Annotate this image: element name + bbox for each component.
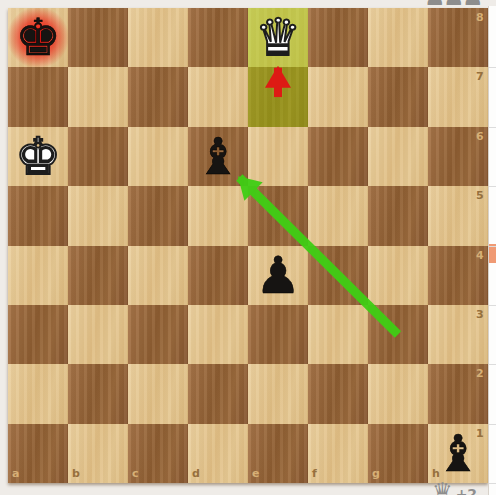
side-panel-row-divider (489, 186, 496, 187)
square-h8[interactable] (428, 8, 488, 67)
side-panel-edge (488, 6, 496, 495)
square-h7[interactable] (428, 67, 488, 126)
square-f8[interactable] (308, 8, 368, 67)
side-panel-row-divider (489, 424, 496, 425)
side-panel-row-divider (489, 127, 496, 128)
square-d7[interactable] (188, 67, 248, 126)
square-b1[interactable] (68, 424, 128, 483)
square-a2[interactable] (8, 364, 68, 423)
square-g6[interactable] (368, 127, 428, 186)
chess-board[interactable] (8, 8, 488, 483)
square-e8[interactable] (248, 8, 308, 67)
square-f3[interactable] (308, 305, 368, 364)
square-b4[interactable] (68, 246, 128, 305)
square-a5[interactable] (8, 186, 68, 245)
square-h6[interactable] (428, 127, 488, 186)
square-d2[interactable] (188, 364, 248, 423)
square-g8[interactable] (368, 8, 428, 67)
square-a7[interactable] (8, 67, 68, 126)
material-advantage-text: +2 (456, 486, 477, 495)
square-b7[interactable] (68, 67, 128, 126)
material-advantage: ♛ +2 (432, 480, 477, 495)
square-d6[interactable] (188, 127, 248, 186)
square-f2[interactable] (308, 364, 368, 423)
square-g5[interactable] (368, 186, 428, 245)
square-d1[interactable] (188, 424, 248, 483)
square-e6[interactable] (248, 127, 308, 186)
square-g1[interactable] (368, 424, 428, 483)
square-a6[interactable] (8, 127, 68, 186)
square-g3[interactable] (368, 305, 428, 364)
square-a1[interactable] (8, 424, 68, 483)
side-panel-row-divider (489, 246, 496, 247)
square-c2[interactable] (128, 364, 188, 423)
square-c8[interactable] (128, 8, 188, 67)
square-g4[interactable] (368, 246, 428, 305)
square-b3[interactable] (68, 305, 128, 364)
square-e7[interactable] (248, 67, 308, 126)
side-panel-row-divider (489, 67, 496, 68)
square-g7[interactable] (368, 67, 428, 126)
captured-queen-icon: ♛ (432, 480, 453, 495)
square-g2[interactable] (368, 364, 428, 423)
square-c5[interactable] (128, 186, 188, 245)
square-c6[interactable] (128, 127, 188, 186)
square-h4[interactable] (428, 246, 488, 305)
square-f7[interactable] (308, 67, 368, 126)
side-panel-row-divider (489, 305, 496, 306)
square-b2[interactable] (68, 364, 128, 423)
square-f5[interactable] (308, 186, 368, 245)
square-c4[interactable] (128, 246, 188, 305)
square-e3[interactable] (248, 305, 308, 364)
square-e1[interactable] (248, 424, 308, 483)
square-d4[interactable] (188, 246, 248, 305)
square-c7[interactable] (128, 67, 188, 126)
square-f6[interactable] (308, 127, 368, 186)
square-e2[interactable] (248, 364, 308, 423)
square-c3[interactable] (128, 305, 188, 364)
square-d5[interactable] (188, 186, 248, 245)
square-h1[interactable] (428, 424, 488, 483)
square-e4[interactable] (248, 246, 308, 305)
square-a3[interactable] (8, 305, 68, 364)
square-b5[interactable] (68, 186, 128, 245)
captured-pawn-icon: ♟ (462, 0, 484, 9)
square-h3[interactable] (428, 305, 488, 364)
side-panel-row-divider (489, 483, 496, 484)
square-e5[interactable] (248, 186, 308, 245)
square-a8[interactable] (8, 8, 68, 67)
square-h2[interactable] (428, 364, 488, 423)
square-c1[interactable] (128, 424, 188, 483)
square-b6[interactable] (68, 127, 128, 186)
square-f1[interactable] (308, 424, 368, 483)
side-panel-row-divider (489, 364, 496, 365)
square-d3[interactable] (188, 305, 248, 364)
square-b8[interactable] (68, 8, 128, 67)
square-d8[interactable] (188, 8, 248, 67)
square-f4[interactable] (308, 246, 368, 305)
square-a4[interactable] (8, 246, 68, 305)
side-panel-highlight-row (489, 244, 496, 263)
square-h5[interactable] (428, 186, 488, 245)
